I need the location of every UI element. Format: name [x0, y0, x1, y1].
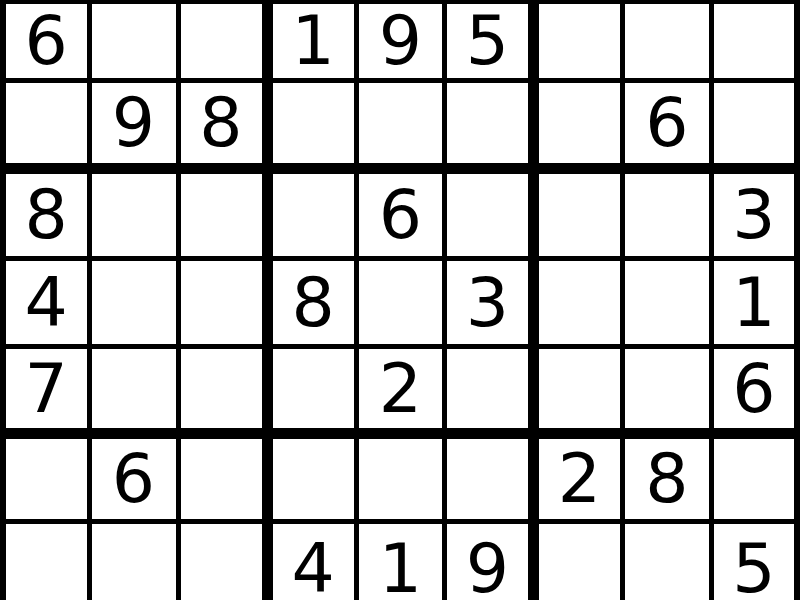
cell-r4c8[interactable]: [625, 261, 714, 349]
cell-r5c7[interactable]: [539, 349, 625, 439]
cell-r2c1[interactable]: [6, 83, 92, 174]
cell-r6c2[interactable]: 6: [92, 439, 181, 524]
sudoku-board: 6 1 9 5 9 8 6 8 6 3 4 8 3 1 7: [0, 0, 800, 600]
cell-r2c3[interactable]: 8: [181, 83, 273, 174]
cell-r4c7[interactable]: [539, 261, 625, 349]
cell-r1c9[interactable]: [714, 4, 794, 83]
cell-r5c3[interactable]: [181, 349, 273, 439]
cell-r2c7[interactable]: [539, 83, 625, 174]
cell-r6c3[interactable]: [181, 439, 273, 524]
cell-r6c4[interactable]: [273, 439, 360, 524]
cell-r2c8[interactable]: 6: [625, 83, 714, 174]
cell-r3c4[interactable]: [273, 174, 360, 261]
cell-r1c1[interactable]: 6: [6, 4, 92, 83]
cell-r6c1[interactable]: [6, 439, 92, 524]
cell-r7c1[interactable]: [6, 524, 92, 600]
cell-r1c6[interactable]: 5: [447, 4, 539, 83]
cell-r2c4[interactable]: [273, 83, 360, 174]
cell-r1c5[interactable]: 9: [359, 4, 447, 83]
cell-r2c5[interactable]: [359, 83, 447, 174]
cell-r7c5[interactable]: 1: [359, 524, 447, 600]
cell-r3c8[interactable]: [625, 174, 714, 261]
cell-r5c2[interactable]: [92, 349, 181, 439]
cell-r7c6[interactable]: 9: [447, 524, 539, 600]
cell-r2c2[interactable]: 9: [92, 83, 181, 174]
cell-r1c7[interactable]: [539, 4, 625, 83]
cell-r1c8[interactable]: [625, 4, 714, 83]
cell-r4c4[interactable]: 8: [273, 261, 360, 349]
cell-r6c8[interactable]: 8: [625, 439, 714, 524]
cell-r6c6[interactable]: [447, 439, 539, 524]
cell-r3c1[interactable]: 8: [6, 174, 92, 261]
cell-r3c6[interactable]: [447, 174, 539, 261]
cell-r3c9[interactable]: 3: [714, 174, 794, 261]
cell-r3c7[interactable]: [539, 174, 625, 261]
cell-r5c5[interactable]: 2: [359, 349, 447, 439]
cell-r4c1[interactable]: 4: [6, 261, 92, 349]
cell-r2c6[interactable]: [447, 83, 539, 174]
cell-r3c2[interactable]: [92, 174, 181, 261]
cell-r4c3[interactable]: [181, 261, 273, 349]
cell-r7c9[interactable]: 5: [714, 524, 794, 600]
cell-r5c6[interactable]: [447, 349, 539, 439]
cell-r4c6[interactable]: 3: [447, 261, 539, 349]
cell-r3c3[interactable]: [181, 174, 273, 261]
cell-r5c1[interactable]: 7: [6, 349, 92, 439]
cell-r7c3[interactable]: [181, 524, 273, 600]
sudoku-grid: 6 1 9 5 9 8 6 8 6 3 4 8 3 1 7: [0, 0, 800, 600]
cell-r7c2[interactable]: [92, 524, 181, 600]
cell-r7c7[interactable]: [539, 524, 625, 600]
cell-r1c4[interactable]: 1: [273, 4, 360, 83]
cell-r5c4[interactable]: [273, 349, 360, 439]
cell-r2c9[interactable]: [714, 83, 794, 174]
cell-r1c2[interactable]: [92, 4, 181, 83]
cell-r4c2[interactable]: [92, 261, 181, 349]
cell-r3c5[interactable]: 6: [359, 174, 447, 261]
cell-r1c3[interactable]: [181, 4, 273, 83]
cell-r4c5[interactable]: [359, 261, 447, 349]
cell-r6c9[interactable]: [714, 439, 794, 524]
cell-r5c9[interactable]: 6: [714, 349, 794, 439]
cell-r6c7[interactable]: 2: [539, 439, 625, 524]
cell-r5c8[interactable]: [625, 349, 714, 439]
cell-r4c9[interactable]: 1: [714, 261, 794, 349]
cell-r7c4[interactable]: 4: [273, 524, 360, 600]
cell-r6c5[interactable]: [359, 439, 447, 524]
cell-r7c8[interactable]: [625, 524, 714, 600]
